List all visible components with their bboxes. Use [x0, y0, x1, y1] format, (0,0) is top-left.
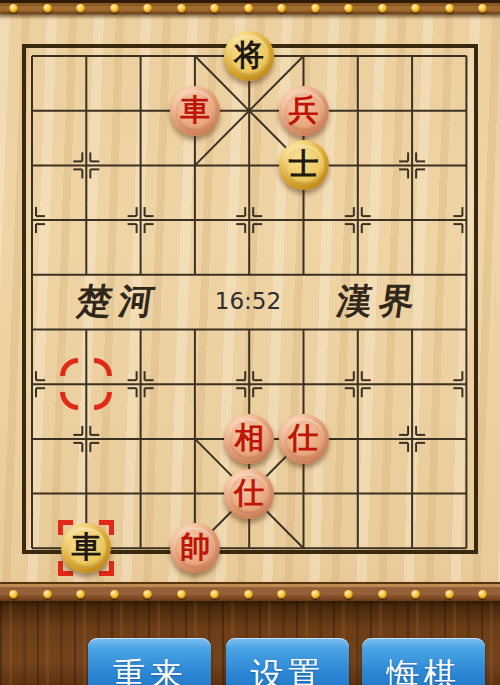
nail-stud-icon	[9, 4, 18, 13]
nail-stud-icon	[378, 4, 387, 13]
piece-red-advisor-2[interactable]: 仕	[224, 469, 274, 519]
nail-stud-icon	[177, 4, 186, 13]
river-label-left: 楚河	[74, 278, 165, 325]
river-label-right: 漢界	[334, 278, 425, 325]
piece-black-chariot[interactable]: 車	[61, 523, 111, 573]
nail-stud-icon	[143, 4, 152, 13]
piece-red-advisor[interactable]: 仕	[279, 414, 329, 464]
nail-stud-icon	[344, 590, 353, 599]
nail-stud-icon	[445, 4, 454, 13]
piece-glyph: 士	[289, 149, 319, 179]
nail-stud-icon	[277, 4, 286, 13]
piece-glyph: 帥	[180, 532, 210, 562]
piece-red-elephant[interactable]: 相	[224, 414, 274, 464]
nail-stud-icon	[9, 590, 18, 599]
nail-stud-icon	[478, 4, 487, 13]
undo-button[interactable]: 悔棋	[362, 638, 485, 685]
piece-glyph: 車	[180, 95, 210, 125]
nail-stud-icon	[143, 590, 152, 599]
nail-stud-icon	[76, 4, 85, 13]
nail-stud-icon	[110, 4, 119, 13]
piece-black-advisor[interactable]: 士	[279, 140, 329, 190]
nail-stud-icon	[311, 590, 320, 599]
piece-glyph: 相	[234, 423, 264, 453]
piece-glyph: 兵	[289, 95, 319, 125]
piece-red-soldier[interactable]: 兵	[279, 86, 329, 136]
top-wood-bar	[0, 0, 500, 14]
piece-glyph: 将	[234, 40, 264, 70]
piece-glyph: 仕	[289, 423, 319, 453]
nail-stud-icon	[445, 590, 454, 599]
nail-stud-icon	[110, 590, 119, 599]
nail-stud-icon	[277, 590, 286, 599]
nail-stud-icon	[244, 590, 253, 599]
nail-stud-icon	[478, 590, 487, 599]
nail-stud-icon	[210, 4, 219, 13]
nail-stud-icon	[177, 590, 186, 599]
nail-stud-icon	[411, 4, 420, 13]
settings-button[interactable]: 设置	[226, 638, 349, 685]
xiangqi-app: 楚河 16:52 漢界 将車兵士相仕仕車帥 重来 设置 悔棋	[0, 0, 500, 685]
piece-glyph: 車	[71, 532, 101, 562]
nail-stud-icon	[244, 4, 253, 13]
bottom-wood-bar	[0, 582, 500, 601]
nail-stud-icon	[411, 590, 420, 599]
piece-red-general[interactable]: 帥	[170, 523, 220, 573]
nail-stud-icon	[344, 4, 353, 13]
nail-stud-icon	[210, 590, 219, 599]
piece-red-chariot[interactable]: 車	[170, 86, 220, 136]
nail-stud-icon	[43, 4, 52, 13]
move-marker	[60, 358, 112, 410]
restart-button[interactable]: 重来	[88, 638, 211, 685]
nail-stud-icon	[76, 590, 85, 599]
nail-stud-icon	[311, 4, 320, 13]
nail-stud-icon	[43, 590, 52, 599]
piece-glyph: 仕	[234, 478, 264, 508]
game-timer: 16:52	[215, 288, 281, 314]
piece-black-general[interactable]: 将	[224, 31, 274, 81]
nail-stud-icon	[378, 590, 387, 599]
